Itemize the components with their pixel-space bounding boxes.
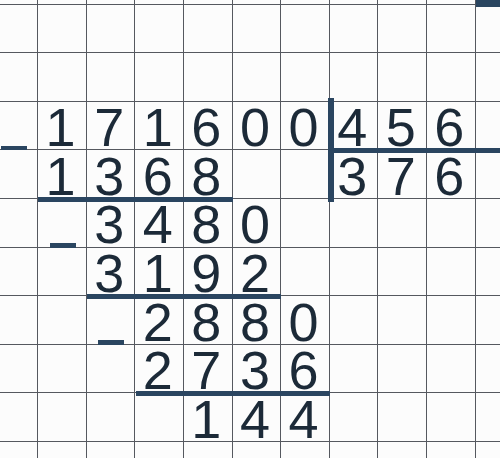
grid-cell [476, 296, 500, 345]
grid-cell [427, 199, 476, 248]
grid: 17160045613683763480319228802736144 [0, 0, 500, 458]
grid-cell [135, 442, 184, 458]
digit: 2 [133, 297, 182, 346]
digit: 6 [425, 151, 474, 200]
digit: 4 [279, 394, 328, 443]
grid-cell [330, 296, 379, 345]
digit: 8 [182, 200, 231, 249]
digit: 1 [36, 103, 85, 152]
grid-cell [378, 442, 427, 458]
grid-cell [427, 393, 476, 442]
grid-cell [427, 442, 476, 458]
grid-cell [427, 53, 476, 102]
graph-paper: 17160045613683763480319228802736144 [0, 0, 500, 458]
grid-cell [378, 53, 427, 102]
digit: 6 [279, 346, 328, 395]
grid-cell [233, 5, 282, 54]
digit: 3 [85, 200, 134, 249]
minus-sign [1, 146, 27, 151]
digit: 7 [182, 346, 231, 395]
grid-cell [378, 393, 427, 442]
grid-cell [427, 248, 476, 297]
grid-cell [135, 393, 184, 442]
grid-cell [233, 53, 282, 102]
grid-cell [0, 393, 38, 442]
grid-cell [38, 296, 87, 345]
digit: 6 [182, 103, 231, 152]
grid-cell [427, 345, 476, 394]
digit: 7 [85, 103, 134, 152]
subtraction-underline [87, 294, 281, 299]
digit: 0 [231, 103, 280, 152]
grid-cell [281, 150, 330, 199]
digit: 3 [231, 346, 280, 395]
grid-cell [87, 296, 136, 345]
subtraction-underline [38, 197, 232, 202]
grid-cell [87, 393, 136, 442]
grid-cell [476, 102, 500, 151]
digit: 6 [425, 103, 474, 152]
division-bracket-horizontal [328, 148, 500, 153]
grid-cell [0, 53, 38, 102]
grid-cell [330, 199, 379, 248]
grid-cell [0, 248, 38, 297]
grid-cell [330, 442, 379, 458]
digit: 4 [133, 200, 182, 249]
grid-cell [38, 53, 87, 102]
grid-cell [476, 150, 500, 199]
grid-cell [135, 53, 184, 102]
grid-cell [38, 248, 87, 297]
digit: 8 [182, 297, 231, 346]
grid-cell [38, 393, 87, 442]
grid-cell [0, 345, 38, 394]
grid-cell [330, 345, 379, 394]
digit: 0 [279, 297, 328, 346]
grid-cell [378, 5, 427, 54]
grid-cell [87, 345, 136, 394]
grid-cell [378, 345, 427, 394]
grid-cell [378, 296, 427, 345]
grid-cell [330, 248, 379, 297]
digit: 1 [36, 151, 85, 200]
grid-cell [38, 442, 87, 458]
grid-cell [476, 199, 500, 248]
grid-cell [427, 296, 476, 345]
digit: 3 [328, 151, 377, 200]
grid-cell [476, 442, 500, 458]
grid-cell [38, 199, 87, 248]
digit: 0 [279, 103, 328, 152]
clipped-rule-fragment [476, 0, 500, 7]
grid-cell [184, 5, 233, 54]
grid-cell [87, 53, 136, 102]
digit: 1 [182, 394, 231, 443]
grid-cell [476, 248, 500, 297]
digit: 2 [133, 346, 182, 395]
digit: 1 [133, 249, 182, 298]
digit: 3 [85, 249, 134, 298]
grid-cell [476, 53, 500, 102]
subtraction-underline [136, 391, 330, 396]
grid-cell [184, 53, 233, 102]
digit: 5 [376, 103, 425, 152]
digit: 1 [133, 103, 182, 152]
grid-cell [281, 5, 330, 54]
grid-cell [0, 150, 38, 199]
grid-cell [476, 345, 500, 394]
digit: 8 [231, 297, 280, 346]
digit: 6 [133, 151, 182, 200]
grid-cell [330, 5, 379, 54]
grid-cell [330, 393, 379, 442]
digit: 2 [231, 249, 280, 298]
grid-cell [0, 5, 38, 54]
digit: 3 [85, 151, 134, 200]
grid-cell [281, 53, 330, 102]
grid-cell [378, 248, 427, 297]
grid-cell [476, 5, 500, 54]
grid-cell [330, 53, 379, 102]
grid-cell [233, 150, 282, 199]
grid-cell [0, 199, 38, 248]
grid-cell [281, 248, 330, 297]
digit: 9 [182, 249, 231, 298]
grid-cell [476, 393, 500, 442]
grid-cell [0, 442, 38, 458]
digit: 0 [231, 200, 280, 249]
minus-sign [50, 243, 76, 248]
grid-cell [87, 5, 136, 54]
digit: 8 [182, 151, 231, 200]
digit: 4 [231, 394, 280, 443]
grid-cell [378, 199, 427, 248]
grid-cell [0, 102, 38, 151]
grid-cell [135, 5, 184, 54]
grid-cell [38, 345, 87, 394]
digit: 4 [328, 103, 377, 152]
grid-cell [0, 296, 38, 345]
grid-cell [427, 5, 476, 54]
minus-sign [98, 340, 124, 345]
digit: 7 [376, 151, 425, 200]
grid-cell [38, 5, 87, 54]
grid-cell [281, 199, 330, 248]
grid-cell [87, 442, 136, 458]
